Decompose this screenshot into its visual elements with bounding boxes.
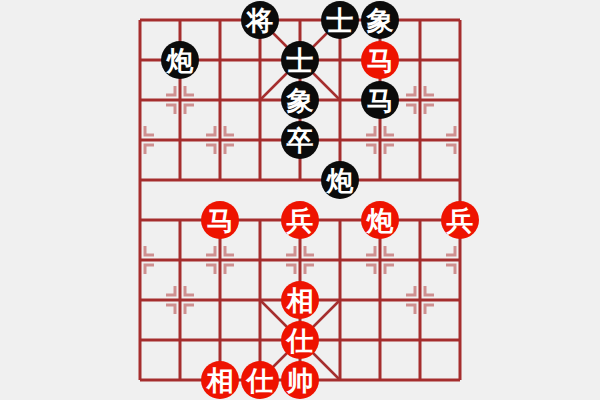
piece-red-相[interactable]: 相	[281, 281, 319, 319]
piece-black-象[interactable]: 象	[361, 1, 399, 39]
xiangqi-board[interactable]: 将士象炮士马象马卒炮马兵炮兵相仕相仕帅	[0, 0, 600, 400]
piece-black-将[interactable]: 将	[241, 1, 279, 39]
piece-red-马[interactable]: 马	[361, 41, 399, 79]
piece-black-炮[interactable]: 炮	[161, 41, 199, 79]
piece-red-仕[interactable]: 仕	[281, 321, 319, 359]
screenshot-canvas: 将士象炮士马象马卒炮马兵炮兵相仕相仕帅	[0, 0, 600, 400]
piece-red-帅[interactable]: 帅	[281, 361, 319, 399]
piece-black-士[interactable]: 士	[321, 1, 359, 39]
piece-black-士[interactable]: 士	[281, 41, 319, 79]
piece-red-兵[interactable]: 兵	[281, 201, 319, 239]
piece-black-马[interactable]: 马	[361, 81, 399, 119]
piece-black-象[interactable]: 象	[281, 81, 319, 119]
piece-red-相[interactable]: 相	[201, 361, 239, 399]
pieces-layer: 将士象炮士马象马卒炮马兵炮兵相仕相仕帅	[120, 0, 480, 400]
piece-red-马[interactable]: 马	[201, 201, 239, 239]
piece-red-仕[interactable]: 仕	[241, 361, 279, 399]
piece-black-炮[interactable]: 炮	[321, 161, 359, 199]
piece-black-卒[interactable]: 卒	[281, 121, 319, 159]
piece-red-炮[interactable]: 炮	[361, 201, 399, 239]
piece-red-兵[interactable]: 兵	[441, 201, 479, 239]
